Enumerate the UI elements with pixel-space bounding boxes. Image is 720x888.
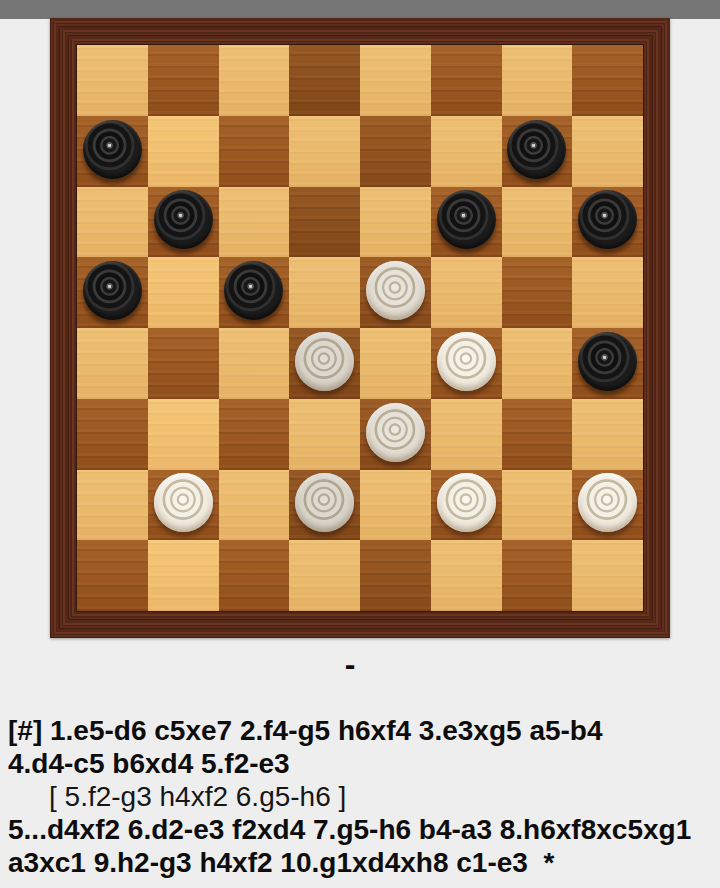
square-h7[interactable] bbox=[572, 116, 643, 187]
square-e7[interactable] bbox=[360, 116, 431, 187]
square-c1[interactable] bbox=[219, 540, 290, 611]
black-checker-g7[interactable] bbox=[507, 120, 566, 179]
square-b3[interactable] bbox=[148, 399, 219, 470]
black-checker-b6[interactable] bbox=[154, 190, 213, 249]
notation-line-2: 4.d4-c5 b6xd4 5.f2-e3 bbox=[8, 747, 716, 780]
square-b8[interactable] bbox=[148, 45, 219, 116]
square-f2[interactable] bbox=[431, 470, 502, 541]
square-h3[interactable] bbox=[572, 399, 643, 470]
square-e3[interactable] bbox=[360, 399, 431, 470]
square-d2[interactable] bbox=[289, 470, 360, 541]
square-g2[interactable] bbox=[502, 470, 573, 541]
square-a3[interactable] bbox=[77, 399, 148, 470]
square-d1[interactable] bbox=[289, 540, 360, 611]
game-notation: [#] 1.e5-d6 c5xe7 2.f4-g5 h6xf4 3.e3xg5 … bbox=[8, 714, 716, 879]
square-g6[interactable] bbox=[502, 187, 573, 258]
notation-line-4: 5...d4xf2 6.d2-e3 f2xd4 7.g5-h6 b4-a3 8.… bbox=[8, 813, 716, 846]
square-d8[interactable] bbox=[289, 45, 360, 116]
black-checker-a7[interactable] bbox=[83, 120, 142, 179]
notation-line-variation: [ 5.f2-g3 h4xf2 6.g5-h6 ] bbox=[8, 780, 716, 813]
square-c6[interactable] bbox=[219, 187, 290, 258]
square-f1[interactable] bbox=[431, 540, 502, 611]
square-f6[interactable] bbox=[431, 187, 502, 258]
square-c4[interactable] bbox=[219, 328, 290, 399]
square-d3[interactable] bbox=[289, 399, 360, 470]
square-f8[interactable] bbox=[431, 45, 502, 116]
square-c7[interactable] bbox=[219, 116, 290, 187]
square-b5[interactable] bbox=[148, 257, 219, 328]
square-g1[interactable] bbox=[502, 540, 573, 611]
square-a5[interactable] bbox=[77, 257, 148, 328]
white-checker-b2[interactable] bbox=[154, 473, 213, 532]
white-checker-e5[interactable] bbox=[366, 261, 425, 320]
white-checker-d4[interactable] bbox=[295, 332, 354, 391]
black-checker-f6[interactable] bbox=[437, 190, 496, 249]
square-b4[interactable] bbox=[148, 328, 219, 399]
square-a8[interactable] bbox=[77, 45, 148, 116]
notation-line-5: a3xc1 9.h2-g3 h4xf2 10.g1xd4xh8 c1-e3 * bbox=[8, 846, 716, 879]
checkers-board[interactable] bbox=[77, 45, 643, 611]
square-f7[interactable] bbox=[431, 116, 502, 187]
white-checker-f4[interactable] bbox=[437, 332, 496, 391]
black-checker-h6[interactable] bbox=[578, 190, 637, 249]
board-frame-right-edge bbox=[643, 18, 670, 638]
square-a2[interactable] bbox=[77, 470, 148, 541]
square-a7[interactable] bbox=[77, 116, 148, 187]
square-d5[interactable] bbox=[289, 257, 360, 328]
square-c2[interactable] bbox=[219, 470, 290, 541]
square-f5[interactable] bbox=[431, 257, 502, 328]
square-h4[interactable] bbox=[572, 328, 643, 399]
square-d6[interactable] bbox=[289, 187, 360, 258]
board-frame-bottom-edge bbox=[50, 611, 670, 638]
square-h5[interactable] bbox=[572, 257, 643, 328]
square-e2[interactable] bbox=[360, 470, 431, 541]
square-c8[interactable] bbox=[219, 45, 290, 116]
status-bar bbox=[0, 0, 720, 19]
square-d7[interactable] bbox=[289, 116, 360, 187]
square-g4[interactable] bbox=[502, 328, 573, 399]
square-e5[interactable] bbox=[360, 257, 431, 328]
notation-line-1: [#] 1.e5-d6 c5xe7 2.f4-g5 h6xf4 3.e3xg5 … bbox=[8, 714, 716, 747]
square-e4[interactable] bbox=[360, 328, 431, 399]
square-f4[interactable] bbox=[431, 328, 502, 399]
square-g8[interactable] bbox=[502, 45, 573, 116]
square-a4[interactable] bbox=[77, 328, 148, 399]
square-b7[interactable] bbox=[148, 116, 219, 187]
square-h8[interactable] bbox=[572, 45, 643, 116]
square-g5[interactable] bbox=[502, 257, 573, 328]
black-checker-h4[interactable] bbox=[578, 332, 637, 391]
square-a1[interactable] bbox=[77, 540, 148, 611]
square-e8[interactable] bbox=[360, 45, 431, 116]
players-separator: - bbox=[0, 642, 700, 686]
board-frame-left-edge bbox=[50, 18, 77, 638]
board-frame-top-edge bbox=[50, 18, 670, 45]
square-b2[interactable] bbox=[148, 470, 219, 541]
black-checker-c5[interactable] bbox=[224, 261, 283, 320]
square-g7[interactable] bbox=[502, 116, 573, 187]
black-checker-a5[interactable] bbox=[83, 261, 142, 320]
white-checker-d2[interactable] bbox=[295, 473, 354, 532]
square-e6[interactable] bbox=[360, 187, 431, 258]
white-checker-e3[interactable] bbox=[366, 403, 425, 462]
white-checker-f2[interactable] bbox=[437, 473, 496, 532]
square-h2[interactable] bbox=[572, 470, 643, 541]
square-g3[interactable] bbox=[502, 399, 573, 470]
square-f3[interactable] bbox=[431, 399, 502, 470]
square-h6[interactable] bbox=[572, 187, 643, 258]
square-c5[interactable] bbox=[219, 257, 290, 328]
checkers-board-frame bbox=[50, 18, 670, 638]
square-c3[interactable] bbox=[219, 399, 290, 470]
square-b6[interactable] bbox=[148, 187, 219, 258]
square-b1[interactable] bbox=[148, 540, 219, 611]
square-d4[interactable] bbox=[289, 328, 360, 399]
square-e1[interactable] bbox=[360, 540, 431, 611]
square-a6[interactable] bbox=[77, 187, 148, 258]
white-checker-h2[interactable] bbox=[578, 473, 637, 532]
square-h1[interactable] bbox=[572, 540, 643, 611]
